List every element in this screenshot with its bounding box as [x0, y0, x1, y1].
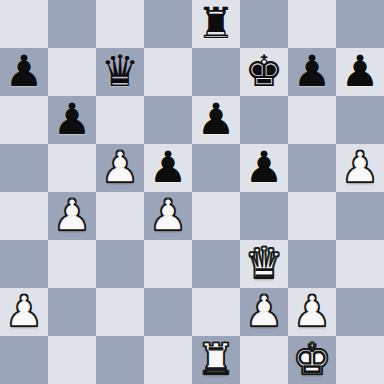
square-g4[interactable] [288, 192, 336, 240]
square-h1[interactable] [336, 336, 384, 384]
square-f7[interactable]: ♚ [240, 48, 288, 96]
square-e6[interactable]: ♟ [192, 96, 240, 144]
square-g5[interactable] [288, 144, 336, 192]
piece-black-rook[interactable]: ♜ [192, 0, 240, 47]
piece-white-pawn[interactable]: ♟ [96, 143, 144, 191]
square-a1[interactable] [0, 336, 48, 384]
square-g8[interactable] [288, 0, 336, 48]
square-h7[interactable]: ♟ [336, 48, 384, 96]
square-g1[interactable]: ♚ [288, 336, 336, 384]
square-f3[interactable]: ♛ [240, 240, 288, 288]
square-a4[interactable] [0, 192, 48, 240]
square-g2[interactable]: ♟ [288, 288, 336, 336]
square-a5[interactable] [0, 144, 48, 192]
square-e2[interactable] [192, 288, 240, 336]
square-h5[interactable]: ♟ [336, 144, 384, 192]
square-b6[interactable]: ♟ [48, 96, 96, 144]
square-d8[interactable] [144, 0, 192, 48]
square-c3[interactable] [96, 240, 144, 288]
piece-white-queen[interactable]: ♛ [240, 239, 288, 287]
square-h2[interactable] [336, 288, 384, 336]
square-c6[interactable] [96, 96, 144, 144]
square-f1[interactable] [240, 336, 288, 384]
square-a7[interactable]: ♟ [0, 48, 48, 96]
piece-white-rook[interactable]: ♜ [192, 335, 240, 383]
piece-black-king[interactable]: ♚ [240, 47, 288, 95]
square-c4[interactable] [96, 192, 144, 240]
square-g3[interactable] [288, 240, 336, 288]
piece-white-pawn[interactable]: ♟ [48, 191, 96, 239]
square-c7[interactable]: ♛ [96, 48, 144, 96]
square-b3[interactable] [48, 240, 96, 288]
square-b1[interactable] [48, 336, 96, 384]
square-d6[interactable] [144, 96, 192, 144]
piece-white-pawn[interactable]: ♟ [240, 287, 288, 335]
piece-white-pawn[interactable]: ♟ [336, 143, 384, 191]
square-f5[interactable]: ♟ [240, 144, 288, 192]
square-e8[interactable]: ♜ [192, 0, 240, 48]
piece-black-pawn[interactable]: ♟ [240, 143, 288, 191]
square-f8[interactable] [240, 0, 288, 48]
square-h4[interactable] [336, 192, 384, 240]
square-c8[interactable] [96, 0, 144, 48]
square-f2[interactable]: ♟ [240, 288, 288, 336]
square-e5[interactable] [192, 144, 240, 192]
square-a6[interactable] [0, 96, 48, 144]
piece-white-pawn[interactable]: ♟ [0, 287, 48, 335]
square-b2[interactable] [48, 288, 96, 336]
square-b5[interactable] [48, 144, 96, 192]
piece-black-pawn[interactable]: ♟ [336, 47, 384, 95]
piece-black-pawn[interactable]: ♟ [288, 47, 336, 95]
chess-board: ♜♟♛♚♟♟♟♟♟♟♟♟♟♟♛♟♟♟♜♚ [0, 0, 384, 384]
square-g6[interactable] [288, 96, 336, 144]
square-d2[interactable] [144, 288, 192, 336]
square-d1[interactable] [144, 336, 192, 384]
square-f4[interactable] [240, 192, 288, 240]
square-a3[interactable] [0, 240, 48, 288]
square-e4[interactable] [192, 192, 240, 240]
square-a8[interactable] [0, 0, 48, 48]
square-a2[interactable]: ♟ [0, 288, 48, 336]
square-f6[interactable] [240, 96, 288, 144]
piece-white-pawn[interactable]: ♟ [144, 191, 192, 239]
square-h3[interactable] [336, 240, 384, 288]
square-e3[interactable] [192, 240, 240, 288]
piece-white-king[interactable]: ♚ [288, 335, 336, 383]
square-b7[interactable] [48, 48, 96, 96]
square-g7[interactable]: ♟ [288, 48, 336, 96]
square-e1[interactable]: ♜ [192, 336, 240, 384]
square-h6[interactable] [336, 96, 384, 144]
square-e7[interactable] [192, 48, 240, 96]
square-b4[interactable]: ♟ [48, 192, 96, 240]
piece-white-pawn[interactable]: ♟ [288, 287, 336, 335]
square-d3[interactable] [144, 240, 192, 288]
piece-black-pawn[interactable]: ♟ [48, 95, 96, 143]
square-b8[interactable] [48, 0, 96, 48]
square-c5[interactable]: ♟ [96, 144, 144, 192]
piece-black-pawn[interactable]: ♟ [144, 143, 192, 191]
piece-black-pawn[interactable]: ♟ [0, 47, 48, 95]
square-d5[interactable]: ♟ [144, 144, 192, 192]
square-c2[interactable] [96, 288, 144, 336]
square-h8[interactable] [336, 0, 384, 48]
square-d7[interactable] [144, 48, 192, 96]
square-c1[interactable] [96, 336, 144, 384]
piece-black-pawn[interactable]: ♟ [192, 95, 240, 143]
piece-black-queen[interactable]: ♛ [96, 47, 144, 95]
square-d4[interactable]: ♟ [144, 192, 192, 240]
